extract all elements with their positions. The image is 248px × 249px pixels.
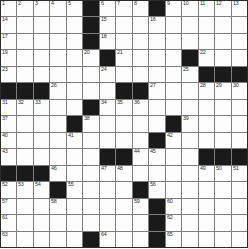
cell[interactable] (182, 17, 197, 32)
cell[interactable] (215, 232, 230, 247)
clue-number: 4 (51, 1, 54, 6)
cell[interactable]: 65 (166, 232, 181, 247)
cell[interactable] (232, 116, 247, 131)
cell[interactable] (83, 133, 98, 148)
clue-number: 54 (35, 182, 40, 187)
block-cell (116, 83, 131, 98)
cell[interactable] (67, 215, 82, 230)
cell[interactable] (199, 100, 214, 115)
cell[interactable] (100, 133, 115, 148)
cell[interactable] (215, 50, 230, 65)
cell[interactable] (116, 182, 131, 197)
cell[interactable] (34, 149, 49, 164)
cell[interactable]: 64 (100, 232, 115, 247)
cell[interactable] (182, 199, 197, 214)
cell[interactable] (232, 199, 247, 214)
clue-number: 59 (134, 199, 139, 204)
cell[interactable]: 48 (116, 166, 131, 181)
cell[interactable] (116, 199, 131, 214)
cell[interactable] (17, 149, 32, 164)
cell[interactable]: 18 (100, 34, 115, 49)
cell[interactable] (83, 215, 98, 230)
clue-number: 65 (167, 232, 172, 237)
clue-number: 24 (101, 67, 106, 72)
cell[interactable] (149, 34, 164, 49)
clue-number: 60 (167, 199, 172, 204)
cell[interactable]: 55 (67, 182, 82, 197)
cell[interactable] (17, 116, 32, 131)
cell[interactable]: 27 (149, 83, 164, 98)
cell[interactable] (67, 100, 82, 115)
cell[interactable] (133, 215, 148, 230)
clue-number: 37 (2, 116, 7, 121)
cell[interactable]: 37 (1, 116, 16, 131)
clue-number: 29 (216, 83, 221, 88)
clue-number: 19 (2, 50, 7, 55)
cell[interactable] (50, 50, 65, 65)
crossword-puzzle: 1234567891011121314151617181920212223242… (0, 0, 248, 249)
clue-number: 2 (18, 1, 21, 6)
block-cell (50, 182, 65, 197)
clue-number: 42 (167, 133, 172, 138)
cell[interactable]: 3 (34, 1, 49, 16)
cell[interactable] (116, 17, 131, 32)
cell[interactable] (215, 34, 230, 49)
cell[interactable]: 2 (17, 1, 32, 16)
cell[interactable] (215, 215, 230, 230)
cell[interactable] (50, 215, 65, 230)
cell[interactable] (17, 133, 32, 148)
clue-number: 33 (35, 100, 40, 105)
block-cell (17, 166, 32, 181)
cell[interactable]: 24 (100, 67, 115, 82)
cell[interactable] (83, 83, 98, 98)
block-cell (67, 116, 82, 131)
cell[interactable]: 52 (1, 182, 16, 197)
cell[interactable]: 49 (199, 166, 214, 181)
cell[interactable] (17, 232, 32, 247)
cell[interactable]: 30 (232, 83, 247, 98)
cell[interactable] (149, 166, 164, 181)
cell[interactable] (34, 133, 49, 148)
cell[interactable]: 45 (149, 149, 164, 164)
cell[interactable] (50, 67, 65, 82)
cell[interactable] (182, 215, 197, 230)
cell[interactable]: 39 (182, 116, 197, 131)
cell[interactable] (199, 199, 214, 214)
cell[interactable] (182, 166, 197, 181)
block-cell (83, 1, 98, 16)
cell[interactable] (232, 34, 247, 49)
cell[interactable]: 56 (149, 182, 164, 197)
clue-number: 40 (2, 133, 7, 138)
cell[interactable]: 10 (182, 1, 197, 16)
clue-number: 41 (68, 133, 73, 138)
cell[interactable]: 47 (100, 166, 115, 181)
block-cell (17, 83, 32, 98)
cell[interactable] (116, 34, 131, 49)
cell[interactable] (17, 215, 32, 230)
cell[interactable] (182, 149, 197, 164)
cell[interactable]: 25 (182, 67, 197, 82)
cell[interactable] (100, 199, 115, 214)
clue-number: 38 (84, 116, 89, 121)
block-cell (182, 50, 197, 65)
cell[interactable] (232, 17, 247, 32)
cell[interactable]: 40 (1, 133, 16, 148)
cell[interactable] (17, 50, 32, 65)
block-cell (232, 67, 247, 82)
cell[interactable] (34, 34, 49, 49)
cell[interactable] (34, 199, 49, 214)
clue-number: 21 (117, 50, 122, 55)
cell[interactable]: 31 (1, 100, 16, 115)
cell[interactable] (149, 116, 164, 131)
clue-number: 15 (101, 17, 106, 22)
cell[interactable] (116, 215, 131, 230)
cell[interactable] (199, 34, 214, 49)
clue-number: 43 (2, 149, 7, 154)
cell[interactable]: 19 (1, 50, 16, 65)
cell[interactable]: 34 (100, 100, 115, 115)
cell[interactable] (133, 67, 148, 82)
cell[interactable] (34, 232, 49, 247)
clue-number: 18 (101, 34, 106, 39)
cell[interactable]: 28 (199, 83, 214, 98)
clue-number: 9 (167, 1, 170, 6)
block-cell (149, 133, 164, 148)
cell[interactable]: 17 (1, 34, 16, 49)
cell[interactable] (100, 215, 115, 230)
cell[interactable]: 62 (166, 215, 181, 230)
cell[interactable] (67, 232, 82, 247)
cell[interactable]: 53 (17, 182, 32, 197)
cell[interactable] (199, 182, 214, 197)
clue-number: 20 (84, 50, 89, 55)
cell[interactable] (166, 100, 181, 115)
block-cell (100, 149, 115, 164)
cell[interactable]: 22 (199, 50, 214, 65)
cell[interactable] (50, 133, 65, 148)
block-cell (1, 83, 16, 98)
cell[interactable] (149, 67, 164, 82)
cell[interactable] (215, 199, 230, 214)
cell[interactable]: 13 (232, 1, 247, 16)
cell[interactable] (116, 116, 131, 131)
cell[interactable] (133, 232, 148, 247)
clue-number: 48 (117, 166, 122, 171)
cell[interactable] (133, 133, 148, 148)
block-cell (34, 83, 49, 98)
cell[interactable]: 16 (149, 17, 164, 32)
cell[interactable] (199, 133, 214, 148)
clue-number: 45 (150, 149, 155, 154)
cell[interactable] (100, 116, 115, 131)
cell[interactable]: 23 (1, 67, 16, 82)
cell[interactable]: 42 (166, 133, 181, 148)
cell[interactable]: 1 (1, 1, 16, 16)
cell[interactable] (215, 100, 230, 115)
cell[interactable] (199, 17, 214, 32)
clue-number: 51 (233, 166, 238, 171)
clue-number: 14 (2, 17, 7, 22)
cell[interactable] (215, 17, 230, 32)
cell[interactable]: 50 (215, 166, 230, 181)
clue-number: 46 (51, 166, 56, 171)
cell[interactable] (17, 34, 32, 49)
cell[interactable] (34, 116, 49, 131)
cell[interactable] (166, 149, 181, 164)
clue-number: 62 (167, 215, 172, 220)
cell[interactable] (67, 83, 82, 98)
cell[interactable] (116, 133, 131, 148)
block-cell (83, 17, 98, 32)
block-cell (149, 1, 164, 16)
clue-number: 39 (183, 116, 188, 121)
cell[interactable] (34, 67, 49, 82)
block-cell (83, 232, 98, 247)
cell[interactable]: 33 (34, 100, 49, 115)
block-cell (149, 215, 164, 230)
clue-number: 32 (18, 100, 23, 105)
cell[interactable] (17, 199, 32, 214)
clue-number: 13 (233, 1, 238, 6)
cell[interactable] (133, 17, 148, 32)
cell[interactable] (149, 100, 164, 115)
block-cell (83, 34, 98, 49)
clue-number: 6 (101, 1, 104, 6)
clue-number: 26 (51, 83, 56, 88)
cell[interactable]: 4 (50, 1, 65, 16)
cell[interactable] (133, 34, 148, 49)
cell[interactable] (17, 67, 32, 82)
cell[interactable]: 26 (50, 83, 65, 98)
cell[interactable] (182, 182, 197, 197)
clue-number: 31 (2, 100, 7, 105)
cell[interactable]: 5 (67, 1, 82, 16)
cell[interactable] (116, 232, 131, 247)
cell[interactable] (166, 166, 181, 181)
clue-number: 7 (117, 1, 120, 6)
cell[interactable] (34, 17, 49, 32)
cell[interactable] (182, 34, 197, 49)
clue-number: 47 (101, 166, 106, 171)
cell[interactable]: 14 (1, 17, 16, 32)
cell[interactable] (182, 100, 197, 115)
clue-number: 53 (18, 182, 23, 187)
cell[interactable] (232, 215, 247, 230)
clue-number: 8 (134, 1, 137, 6)
cell[interactable] (199, 215, 214, 230)
block-cell (133, 83, 148, 98)
clue-number: 27 (150, 83, 155, 88)
cell[interactable] (232, 100, 247, 115)
cell[interactable] (50, 116, 65, 131)
cell[interactable] (232, 50, 247, 65)
block-cell (166, 116, 181, 131)
cell[interactable] (50, 149, 65, 164)
cell[interactable]: 7 (116, 1, 131, 16)
cell[interactable]: 59 (133, 199, 148, 214)
cell[interactable] (83, 166, 98, 181)
cell[interactable]: 36 (133, 100, 148, 115)
clue-number: 57 (2, 199, 7, 204)
cell[interactable] (67, 50, 82, 65)
cell[interactable] (133, 50, 148, 65)
cell[interactable] (166, 17, 181, 32)
block-cell (34, 166, 49, 181)
cell[interactable] (83, 199, 98, 214)
clue-number: 28 (200, 83, 205, 88)
cell[interactable] (166, 83, 181, 98)
clue-number: 30 (233, 83, 238, 88)
cell[interactable]: 41 (67, 133, 82, 148)
cell[interactable]: 8 (133, 1, 148, 16)
cell[interactable] (50, 34, 65, 49)
block-cell (83, 100, 98, 115)
cell[interactable] (215, 182, 230, 197)
cell[interactable] (50, 17, 65, 32)
cell[interactable] (182, 133, 197, 148)
cell[interactable] (50, 232, 65, 247)
clue-number: 25 (183, 67, 188, 72)
cell[interactable]: 11 (199, 1, 214, 16)
cell[interactable] (166, 50, 181, 65)
cell[interactable] (166, 182, 181, 197)
cell[interactable] (83, 67, 98, 82)
block-cell (149, 199, 164, 214)
cell[interactable] (182, 83, 197, 98)
cell[interactable] (182, 232, 197, 247)
clue-number: 12 (216, 1, 221, 6)
cell[interactable]: 32 (17, 100, 32, 115)
block-cell (116, 149, 131, 164)
cell[interactable] (133, 116, 148, 131)
cell[interactable] (67, 149, 82, 164)
clue-number: 56 (150, 182, 155, 187)
cell[interactable]: 61 (1, 215, 16, 230)
cell[interactable]: 29 (215, 83, 230, 98)
block-cell (215, 67, 230, 82)
block-cell (149, 232, 164, 247)
cell[interactable] (215, 116, 230, 131)
clue-number: 17 (2, 34, 7, 39)
cell[interactable] (199, 232, 214, 247)
cell[interactable] (100, 182, 115, 197)
block-cell (199, 67, 214, 82)
cell[interactable]: 15 (100, 17, 115, 32)
cell[interactable]: 44 (133, 149, 148, 164)
cell[interactable]: 20 (83, 50, 98, 65)
clue-number: 44 (134, 149, 139, 154)
block-cell (199, 149, 214, 164)
cell[interactable]: 58 (50, 199, 65, 214)
crossword-board: 1234567891011121314151617181920212223242… (0, 0, 248, 248)
cell[interactable]: 60 (166, 199, 181, 214)
cell[interactable] (166, 34, 181, 49)
cell[interactable]: 38 (83, 116, 98, 131)
clue-number: 64 (101, 232, 106, 237)
cell[interactable] (67, 166, 82, 181)
clue-number: 34 (101, 100, 106, 105)
clue-number: 10 (183, 1, 188, 6)
cell[interactable] (100, 83, 115, 98)
cell[interactable] (116, 67, 131, 82)
cell[interactable] (67, 67, 82, 82)
cell[interactable] (34, 215, 49, 230)
cell[interactable] (67, 199, 82, 214)
cell[interactable] (50, 100, 65, 115)
clue-number: 49 (200, 166, 205, 171)
cell[interactable] (83, 182, 98, 197)
cell[interactable]: 9 (166, 1, 181, 16)
clue-number: 23 (2, 67, 7, 72)
clue-number: 58 (51, 199, 56, 204)
block-cell (232, 149, 247, 164)
cell[interactable]: 46 (50, 166, 65, 181)
clue-number: 55 (68, 182, 73, 187)
block-cell (133, 182, 148, 197)
clue-number: 16 (150, 17, 155, 22)
clue-number: 22 (200, 50, 205, 55)
cell[interactable] (199, 116, 214, 131)
cell[interactable] (17, 17, 32, 32)
clue-number: 50 (216, 166, 221, 171)
cell[interactable]: 54 (34, 182, 49, 197)
clue-number: 35 (117, 100, 122, 105)
cell[interactable]: 6 (100, 1, 115, 16)
cell[interactable] (133, 166, 148, 181)
clue-number: 36 (134, 100, 139, 105)
clue-number: 63 (2, 232, 7, 237)
cell[interactable]: 35 (116, 100, 131, 115)
cell[interactable]: 43 (1, 149, 16, 164)
clue-number: 11 (200, 1, 205, 6)
cell[interactable]: 51 (232, 166, 247, 181)
clue-number: 52 (2, 182, 7, 187)
cell[interactable] (149, 50, 164, 65)
cell[interactable]: 63 (1, 232, 16, 247)
block-cell (100, 50, 115, 65)
cell[interactable]: 12 (215, 1, 230, 16)
block-cell (1, 166, 16, 181)
cell[interactable] (67, 17, 82, 32)
cell[interactable] (215, 133, 230, 148)
cell[interactable] (67, 34, 82, 49)
cell[interactable] (83, 149, 98, 164)
cell[interactable]: 57 (1, 199, 16, 214)
cell[interactable] (232, 182, 247, 197)
clue-number: 3 (35, 1, 38, 6)
cell[interactable] (34, 50, 49, 65)
cell[interactable]: 21 (116, 50, 131, 65)
cell[interactable] (232, 133, 247, 148)
cell[interactable] (166, 67, 181, 82)
clue-number: 5 (68, 1, 71, 6)
cell[interactable] (232, 232, 247, 247)
block-cell (215, 149, 230, 164)
clue-number: 1 (2, 1, 5, 6)
clue-number: 61 (2, 215, 7, 220)
